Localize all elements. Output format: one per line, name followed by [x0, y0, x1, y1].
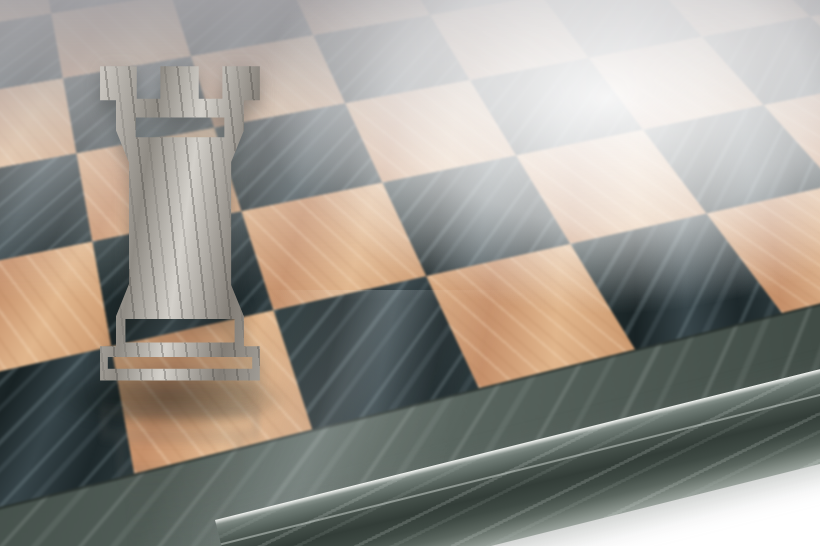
rook-piece[interactable]: ♜ — [53, 16, 277, 456]
photo-scene: ♜ ♜ — [0, 0, 820, 546]
